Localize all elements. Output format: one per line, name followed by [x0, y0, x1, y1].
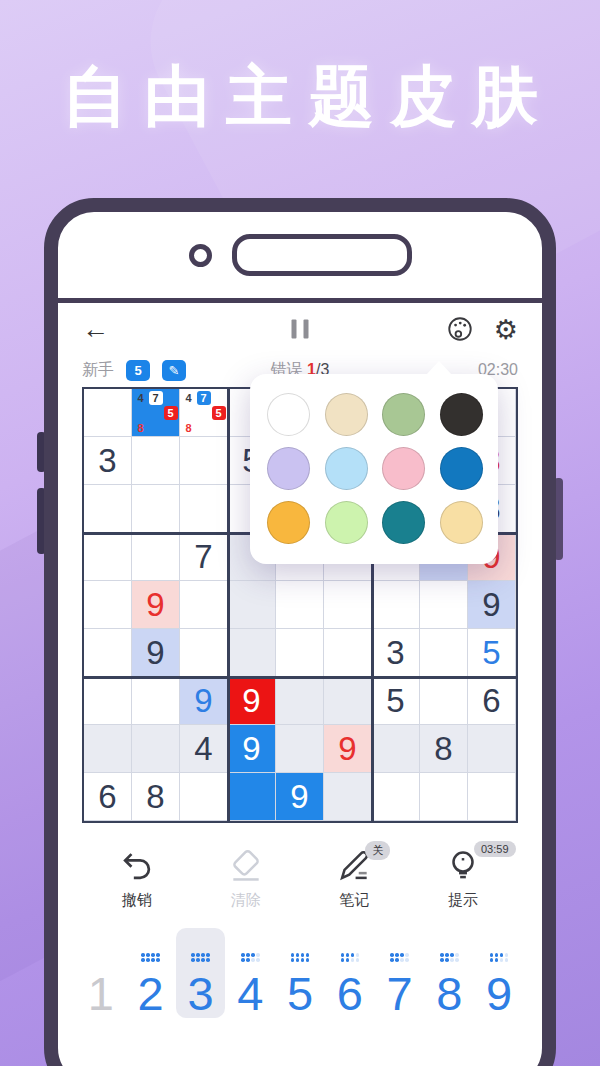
- cell-r5c8[interactable]: [420, 581, 468, 629]
- app-header: ← ⚙: [58, 303, 542, 355]
- color-swatch-1[interactable]: [267, 393, 310, 436]
- pencil-badge-icon: ✎: [162, 360, 186, 381]
- numpad-key-9[interactable]: 9: [474, 928, 524, 1018]
- cell-r9c3[interactable]: [180, 773, 228, 821]
- color-swatch-11[interactable]: [382, 501, 425, 544]
- level-label: 新手: [82, 360, 114, 381]
- toolbar: 撤销 清除 关: [58, 847, 542, 910]
- count-badge: 5: [126, 360, 150, 381]
- color-swatch-6[interactable]: [325, 447, 368, 490]
- gear-icon[interactable]: ⚙: [494, 316, 518, 343]
- cell-r2c2[interactable]: [132, 437, 180, 485]
- cell-r6c1[interactable]: [84, 629, 132, 677]
- numpad-key-6[interactable]: 6: [325, 928, 375, 1018]
- cell-r8c5[interactable]: [276, 725, 324, 773]
- cell-r7c4[interactable]: 9: [228, 677, 276, 725]
- color-swatch-7[interactable]: [382, 447, 425, 490]
- phone-frame: ← ⚙ 新手 5: [44, 198, 556, 1066]
- cell-r5c1[interactable]: [84, 581, 132, 629]
- phone-bezel: [58, 212, 542, 298]
- erase-button[interactable]: 清除: [203, 847, 289, 910]
- numpad-key-2[interactable]: 2: [126, 928, 176, 1018]
- color-swatch-12[interactable]: [440, 501, 483, 544]
- cell-r7c3[interactable]: 9: [180, 677, 228, 725]
- cell-r2c1[interactable]: 3: [84, 437, 132, 485]
- cell-r7c8[interactable]: [420, 677, 468, 725]
- cell-r2c3[interactable]: [180, 437, 228, 485]
- cell-r1c2[interactable]: 4758: [132, 389, 180, 437]
- back-button[interactable]: ←: [82, 316, 109, 343]
- cell-r7c2[interactable]: [132, 677, 180, 725]
- cell-r5c5[interactable]: [276, 581, 324, 629]
- cell-r9c9[interactable]: [468, 773, 516, 821]
- notes-toggle-badge: 关: [365, 841, 390, 860]
- cell-r5c6[interactable]: [324, 581, 372, 629]
- cell-r5c2[interactable]: 9: [132, 581, 180, 629]
- cell-r8c2[interactable]: [132, 725, 180, 773]
- hint-button[interactable]: 03:59 提示: [420, 847, 506, 910]
- cell-r9c1[interactable]: 6: [84, 773, 132, 821]
- cell-r6c6[interactable]: [324, 629, 372, 677]
- numpad-key-5[interactable]: 5: [275, 928, 325, 1018]
- notes-button[interactable]: 关 笔记: [311, 847, 397, 910]
- color-swatch-9[interactable]: [267, 501, 310, 544]
- cell-r1c1[interactable]: [84, 389, 132, 437]
- color-swatch-8[interactable]: [440, 447, 483, 490]
- cell-r8c9[interactable]: [468, 725, 516, 773]
- color-swatch-2[interactable]: [325, 393, 368, 436]
- numpad-key-3[interactable]: 3: [176, 928, 226, 1018]
- cell-r3c1[interactable]: [84, 485, 132, 533]
- theme-color-popup: [250, 374, 498, 564]
- numpad-key-4[interactable]: 4: [225, 928, 275, 1018]
- cell-r8c1[interactable]: [84, 725, 132, 773]
- cell-r6c8[interactable]: [420, 629, 468, 677]
- page-title: 自由主题皮肤: [0, 52, 600, 142]
- cell-r7c5[interactable]: [276, 677, 324, 725]
- cell-r3c2[interactable]: [132, 485, 180, 533]
- cell-r4c2[interactable]: [132, 533, 180, 581]
- pause-button[interactable]: [292, 320, 309, 339]
- cell-r9c7[interactable]: [372, 773, 420, 821]
- cell-r9c5[interactable]: 9: [276, 773, 324, 821]
- cell-r6c4[interactable]: [228, 629, 276, 677]
- cell-r4c1[interactable]: [84, 533, 132, 581]
- undo-icon: [117, 847, 157, 885]
- cell-r8c3[interactable]: 4: [180, 725, 228, 773]
- cell-r7c1[interactable]: [84, 677, 132, 725]
- undo-button[interactable]: 撤销: [94, 847, 180, 910]
- cell-r7c9[interactable]: 6: [468, 677, 516, 725]
- cell-r9c4[interactable]: [228, 773, 276, 821]
- cell-r6c7[interactable]: 3: [372, 629, 420, 677]
- cell-r8c6[interactable]: 9: [324, 725, 372, 773]
- palette-icon[interactable]: [446, 315, 474, 343]
- numpad-key-1[interactable]: 1: [76, 928, 126, 1018]
- color-swatch-10[interactable]: [325, 501, 368, 544]
- eraser-icon: [226, 847, 266, 885]
- color-swatch-3[interactable]: [382, 393, 425, 436]
- cell-r5c3[interactable]: [180, 581, 228, 629]
- cell-r7c6[interactable]: [324, 677, 372, 725]
- cell-r9c2[interactable]: 8: [132, 773, 180, 821]
- numpad-key-7[interactable]: 7: [375, 928, 425, 1018]
- cell-r7c7[interactable]: 5: [372, 677, 420, 725]
- camera-dot: [189, 244, 212, 267]
- cell-r8c7[interactable]: [372, 725, 420, 773]
- numpad-key-8[interactable]: 8: [424, 928, 474, 1018]
- color-swatch-5[interactable]: [267, 447, 310, 490]
- color-swatch-4[interactable]: [440, 393, 483, 436]
- cell-r8c8[interactable]: 8: [420, 725, 468, 773]
- cell-r5c7[interactable]: [372, 581, 420, 629]
- cell-r8c4[interactable]: 9: [228, 725, 276, 773]
- number-pad: 123456789: [58, 928, 542, 1018]
- cell-r4c3[interactable]: 7: [180, 533, 228, 581]
- cell-r6c3[interactable]: [180, 629, 228, 677]
- background: 自由主题皮肤 ←: [0, 0, 600, 1066]
- cell-r6c5[interactable]: [276, 629, 324, 677]
- cell-r5c4[interactable]: [228, 581, 276, 629]
- speaker-grille: [232, 234, 412, 276]
- cell-r6c9[interactable]: 5: [468, 629, 516, 677]
- cell-r9c6[interactable]: [324, 773, 372, 821]
- cell-r9c8[interactable]: [420, 773, 468, 821]
- cell-r6c2[interactable]: 9: [132, 629, 180, 677]
- cell-r5c9[interactable]: 9: [468, 581, 516, 629]
- cell-r1c3[interactable]: 4758: [180, 389, 228, 437]
- hint-timer-badge: 03:59: [474, 841, 516, 857]
- cell-r3c3[interactable]: [180, 485, 228, 533]
